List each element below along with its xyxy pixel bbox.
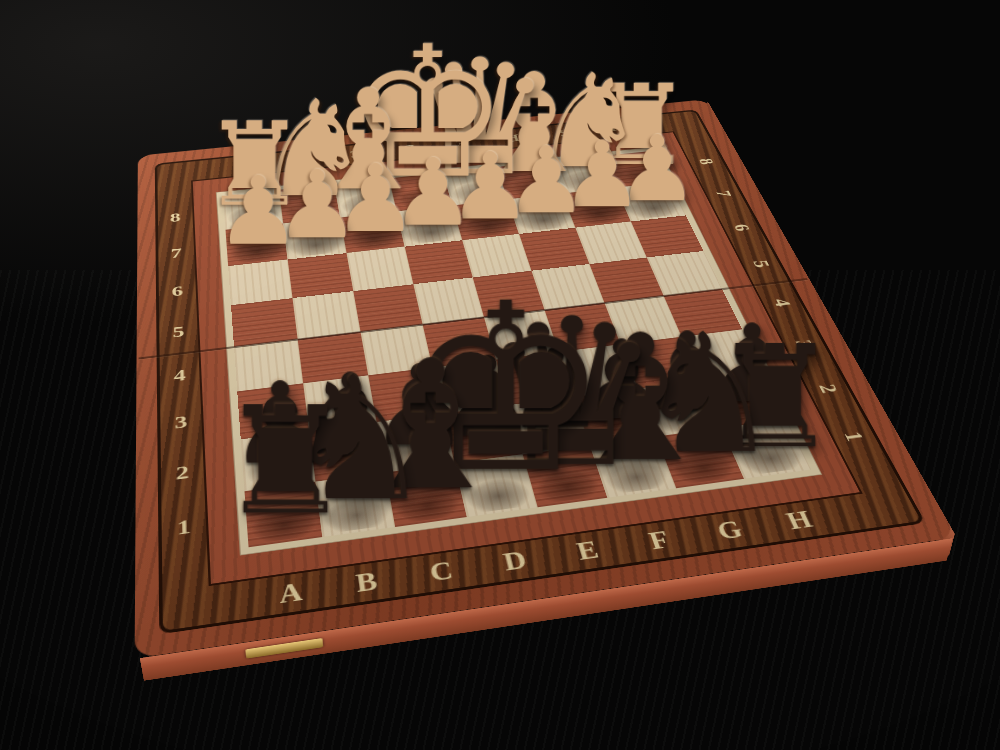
brass-hinge-icon: [245, 638, 323, 659]
perspective-wrapper: ABCDEFGH ABCDEFGH 87654321 87654321 ♜♞♝♚…: [0, 0, 1000, 750]
piece-white-pawn[interactable]: ♟: [176, 164, 339, 258]
rank-label: 5: [727, 250, 796, 279]
piece-black-rook[interactable]: ♜: [183, 386, 386, 535]
photo-scene: ABCDEFGH ABCDEFGH 87654321 87654321 ♜♞♝♚…: [0, 0, 1000, 750]
chess-board: ABCDEFGH ABCDEFGH 87654321 87654321 ♜♞♝♚…: [135, 99, 957, 658]
